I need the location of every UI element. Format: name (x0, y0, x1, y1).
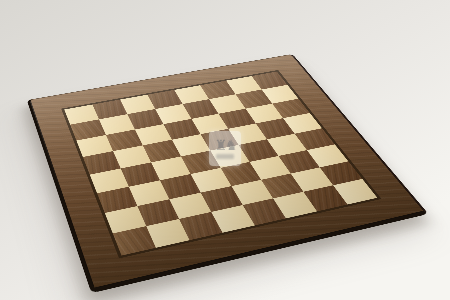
watermark-bar (216, 154, 234, 159)
watermark-overlay: ♜♞ (209, 131, 241, 166)
product-photo-stage: ♜♞ (0, 0, 450, 300)
chess-board (27, 54, 429, 293)
watermark-logo-icon: ♜♞ (214, 138, 235, 152)
